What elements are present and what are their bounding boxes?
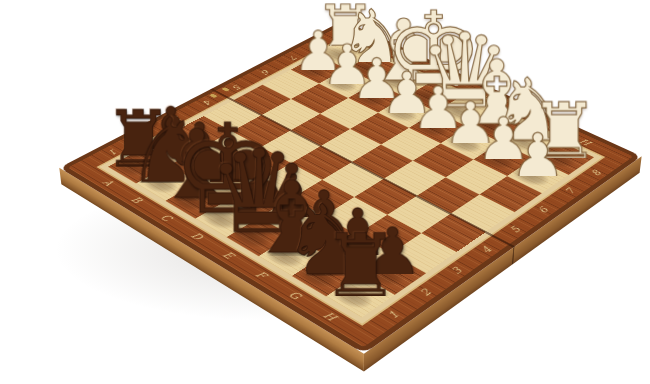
board-inlay-border: ♜♞♝♚♛♝♞♜♟♟♟♟♟♟♟♟♟♟♟♟♟♟♟♟♜♞♝♚♛♝♞♜ — [96, 36, 605, 326]
product-photo-stage: ♜♞♝♚♛♝♞♜♟♟♟♟♟♟♟♟♟♟♟♟♟♟♟♟♜♞♝♚♛♝♞♜ AA11BB2… — [0, 0, 650, 384]
perspective-scene: ♜♞♝♚♛♝♞♜♟♟♟♟♟♟♟♟♟♟♟♟♟♟♟♟♜♞♝♚♛♝♞♜ AA11BB2… — [0, 0, 650, 384]
board-grid: ♜♞♝♚♛♝♞♜♟♟♟♟♟♟♟♟♟♟♟♟♟♟♟♟♜♞♝♚♛♝♞♜ — [108, 41, 594, 317]
box-fold-gap — [512, 247, 515, 265]
chess-board: ♜♞♝♚♛♝♞♜♟♟♟♟♟♟♟♟♟♟♟♟♟♟♟♟♜♞♝♚♛♝♞♜ AA11BB2… — [59, 21, 641, 354]
square-h1[interactable]: ♜ — [326, 275, 394, 318]
piece-white-pawn-h7[interactable]: ♟ — [467, 125, 609, 188]
piece-black-rook-h1[interactable]: ♜ — [282, 222, 439, 310]
